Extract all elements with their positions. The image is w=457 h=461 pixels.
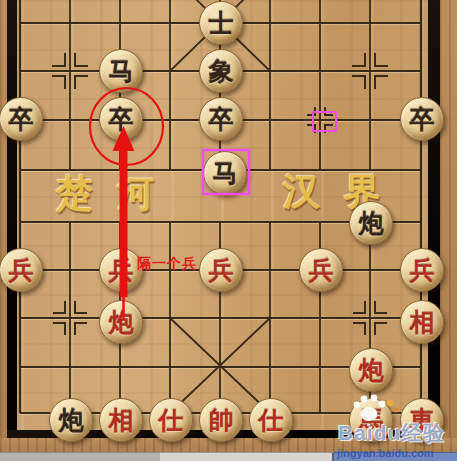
red-arrow-shaft	[120, 146, 128, 297]
watermark-url: jingyan.baidu.com	[337, 447, 434, 459]
watermark-paw-icon	[354, 395, 399, 421]
window-edge-segment-light	[160, 452, 334, 461]
annotation-label: 隔一个兵	[137, 255, 197, 273]
magenta-box-horse-e4	[203, 150, 249, 194]
magenta-box-point-g3	[313, 112, 336, 131]
watermark-brand: Baidu经验	[338, 419, 445, 447]
annotation-overlay	[0, 0, 457, 461]
window-edge-segment-gray	[0, 452, 160, 461]
red-arrow-head	[113, 126, 135, 151]
screenshot-root: 楚河 汉界 士马象卒卒卒卒马炮兵兵兵兵兵炮相炮炮相仕帥仕馬車 隔一个兵 Baid…	[0, 0, 457, 461]
